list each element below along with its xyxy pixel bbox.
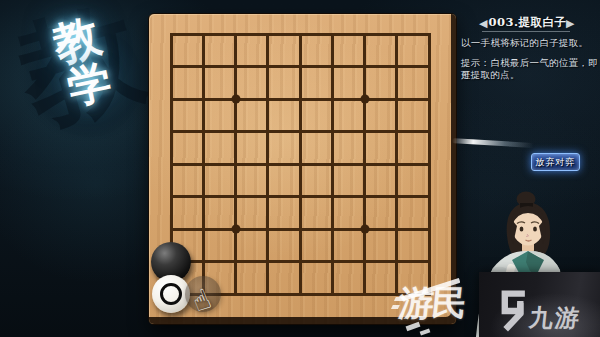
hoshi-point <box>231 225 240 234</box>
stones-layer <box>149 14 456 324</box>
watermark-fragment <box>420 328 431 335</box>
goban[interactable]: ☝ <box>148 13 457 325</box>
hoshi-point <box>360 225 369 234</box>
title-underline <box>482 31 570 32</box>
next-lesson-arrow-icon[interactable]: ▶ <box>566 17 574 30</box>
lesson-title: 003.提取白子 <box>460 15 595 30</box>
screen: 教 教 学 ☝ ◀ 003.提取白子 ▶ 以一手棋将标记的白子提取。 提示：白棋… <box>0 0 600 337</box>
nine-game-logo-text: 九游 <box>527 302 582 334</box>
hoshi-point <box>231 95 240 104</box>
watermark-bar: 九游 <box>479 272 600 337</box>
light-streak-decoration <box>452 138 548 149</box>
lesson-panel: ◀ 003.提取白子 ▶ 以一手棋将标记的白子提取。 提示：白棋最后一气的位置，… <box>455 0 600 200</box>
tutorial-calligraphy: 教 教 学 <box>10 0 160 190</box>
lesson-hint-line2: 可提取的点。 <box>461 69 600 81</box>
nine-game-logo-icon <box>497 290 529 332</box>
resign-button[interactable]: 放弃对弈 <box>531 153 580 171</box>
watermark-fragment <box>394 297 405 301</box>
capture-marker-ring <box>160 283 182 305</box>
lesson-description: 以一手棋将标记的白子提取。 <box>461 37 600 49</box>
hoshi-point <box>360 95 369 104</box>
